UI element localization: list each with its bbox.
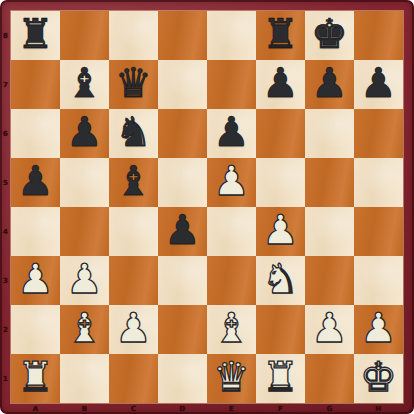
square-e2[interactable]: ♝	[207, 305, 256, 354]
square-d8[interactable]	[158, 11, 207, 60]
square-f3[interactable]: ♞	[256, 256, 305, 305]
black-bishop: ♝	[109, 158, 158, 207]
square-c7[interactable]: ♛	[109, 60, 158, 109]
square-c5[interactable]: ♝	[109, 158, 158, 207]
square-c3[interactable]	[109, 256, 158, 305]
square-a4[interactable]	[11, 207, 60, 256]
square-a6[interactable]	[11, 109, 60, 158]
square-f4[interactable]: ♟	[256, 207, 305, 256]
square-h3[interactable]	[354, 256, 403, 305]
white-pawn: ♟	[354, 305, 403, 354]
square-c1[interactable]	[109, 354, 158, 403]
black-bishop: ♝	[60, 60, 109, 109]
square-c2[interactable]: ♟	[109, 305, 158, 354]
black-queen: ♛	[109, 60, 158, 109]
square-b5[interactable]	[60, 158, 109, 207]
black-pawn: ♟	[11, 158, 60, 207]
chess-board-frame: 87654321 ♜♜♚♝♛♟♟♟♟♞♟♟♝♟♟♟♟♟♞♝♟♝♟♟♜♛♜♚ AB…	[0, 0, 414, 414]
white-rook: ♜	[11, 354, 60, 403]
black-pawn: ♟	[60, 109, 109, 158]
white-bishop: ♝	[60, 305, 109, 354]
rank-label-6: 6	[0, 109, 11, 158]
square-d1[interactable]	[158, 354, 207, 403]
white-king: ♚	[354, 354, 403, 403]
square-d5[interactable]	[158, 158, 207, 207]
white-rook: ♜	[256, 354, 305, 403]
square-g7[interactable]: ♟	[305, 60, 354, 109]
rank-label-1: 1	[0, 354, 11, 403]
square-c6[interactable]: ♞	[109, 109, 158, 158]
rank-label-2: 2	[0, 305, 11, 354]
square-g8[interactable]: ♚	[305, 11, 354, 60]
square-f1[interactable]: ♜	[256, 354, 305, 403]
file-labels: ABCDEFGH	[11, 403, 403, 414]
black-pawn: ♟	[256, 60, 305, 109]
file-label-h: H	[354, 403, 403, 414]
square-f5[interactable]	[256, 158, 305, 207]
square-e7[interactable]	[207, 60, 256, 109]
square-a5[interactable]: ♟	[11, 158, 60, 207]
file-label-d: D	[158, 403, 207, 414]
square-b4[interactable]	[60, 207, 109, 256]
white-pawn: ♟	[109, 305, 158, 354]
square-a2[interactable]	[11, 305, 60, 354]
square-g6[interactable]	[305, 109, 354, 158]
rank-labels: 87654321	[0, 11, 11, 403]
square-b1[interactable]	[60, 354, 109, 403]
square-h8[interactable]	[354, 11, 403, 60]
square-h7[interactable]: ♟	[354, 60, 403, 109]
square-f2[interactable]	[256, 305, 305, 354]
black-pawn: ♟	[354, 60, 403, 109]
square-h1[interactable]: ♚	[354, 354, 403, 403]
square-e1[interactable]: ♛	[207, 354, 256, 403]
square-f6[interactable]	[256, 109, 305, 158]
white-pawn: ♟	[305, 305, 354, 354]
file-label-b: B	[60, 403, 109, 414]
square-g1[interactable]	[305, 354, 354, 403]
rank-label-4: 4	[0, 207, 11, 256]
rank-label-5: 5	[0, 158, 11, 207]
rank-label-3: 3	[0, 256, 11, 305]
square-a8[interactable]: ♜	[11, 11, 60, 60]
chess-board: ♜♜♚♝♛♟♟♟♟♞♟♟♝♟♟♟♟♟♞♝♟♝♟♟♜♛♜♚	[11, 11, 403, 403]
square-c8[interactable]	[109, 11, 158, 60]
square-d6[interactable]	[158, 109, 207, 158]
white-queen: ♛	[207, 354, 256, 403]
rank-label-7: 7	[0, 60, 11, 109]
square-a7[interactable]	[11, 60, 60, 109]
square-h6[interactable]	[354, 109, 403, 158]
square-b6[interactable]: ♟	[60, 109, 109, 158]
black-knight: ♞	[109, 109, 158, 158]
square-c4[interactable]	[109, 207, 158, 256]
square-f8[interactable]: ♜	[256, 11, 305, 60]
white-pawn: ♟	[11, 256, 60, 305]
square-g5[interactable]	[305, 158, 354, 207]
square-d3[interactable]	[158, 256, 207, 305]
file-label-g: G	[305, 403, 354, 414]
square-e6[interactable]: ♟	[207, 109, 256, 158]
square-d4[interactable]: ♟	[158, 207, 207, 256]
square-g2[interactable]: ♟	[305, 305, 354, 354]
black-rook: ♜	[256, 11, 305, 60]
square-e5[interactable]: ♟	[207, 158, 256, 207]
black-pawn: ♟	[305, 60, 354, 109]
square-d2[interactable]	[158, 305, 207, 354]
file-label-e: E	[207, 403, 256, 414]
square-h2[interactable]: ♟	[354, 305, 403, 354]
square-f7[interactable]: ♟	[256, 60, 305, 109]
black-pawn: ♟	[158, 207, 207, 256]
white-pawn: ♟	[60, 256, 109, 305]
square-b2[interactable]: ♝	[60, 305, 109, 354]
square-e8[interactable]	[207, 11, 256, 60]
square-e4[interactable]	[207, 207, 256, 256]
square-h5[interactable]	[354, 158, 403, 207]
rank-label-8: 8	[0, 11, 11, 60]
square-d7[interactable]	[158, 60, 207, 109]
black-pawn: ♟	[207, 109, 256, 158]
square-b7[interactable]: ♝	[60, 60, 109, 109]
square-a3[interactable]: ♟	[11, 256, 60, 305]
square-e3[interactable]	[207, 256, 256, 305]
file-label-f: F	[256, 403, 305, 414]
square-b8[interactable]	[60, 11, 109, 60]
black-king: ♚	[305, 11, 354, 60]
square-g3[interactable]	[305, 256, 354, 305]
file-label-c: C	[109, 403, 158, 414]
white-knight: ♞	[256, 256, 305, 305]
square-h4[interactable]	[354, 207, 403, 256]
square-g4[interactable]	[305, 207, 354, 256]
square-b3[interactable]: ♟	[60, 256, 109, 305]
white-pawn: ♟	[256, 207, 305, 256]
white-bishop: ♝	[207, 305, 256, 354]
file-label-a: A	[11, 403, 60, 414]
white-pawn: ♟	[207, 158, 256, 207]
square-a1[interactable]: ♜	[11, 354, 60, 403]
black-rook: ♜	[11, 11, 60, 60]
